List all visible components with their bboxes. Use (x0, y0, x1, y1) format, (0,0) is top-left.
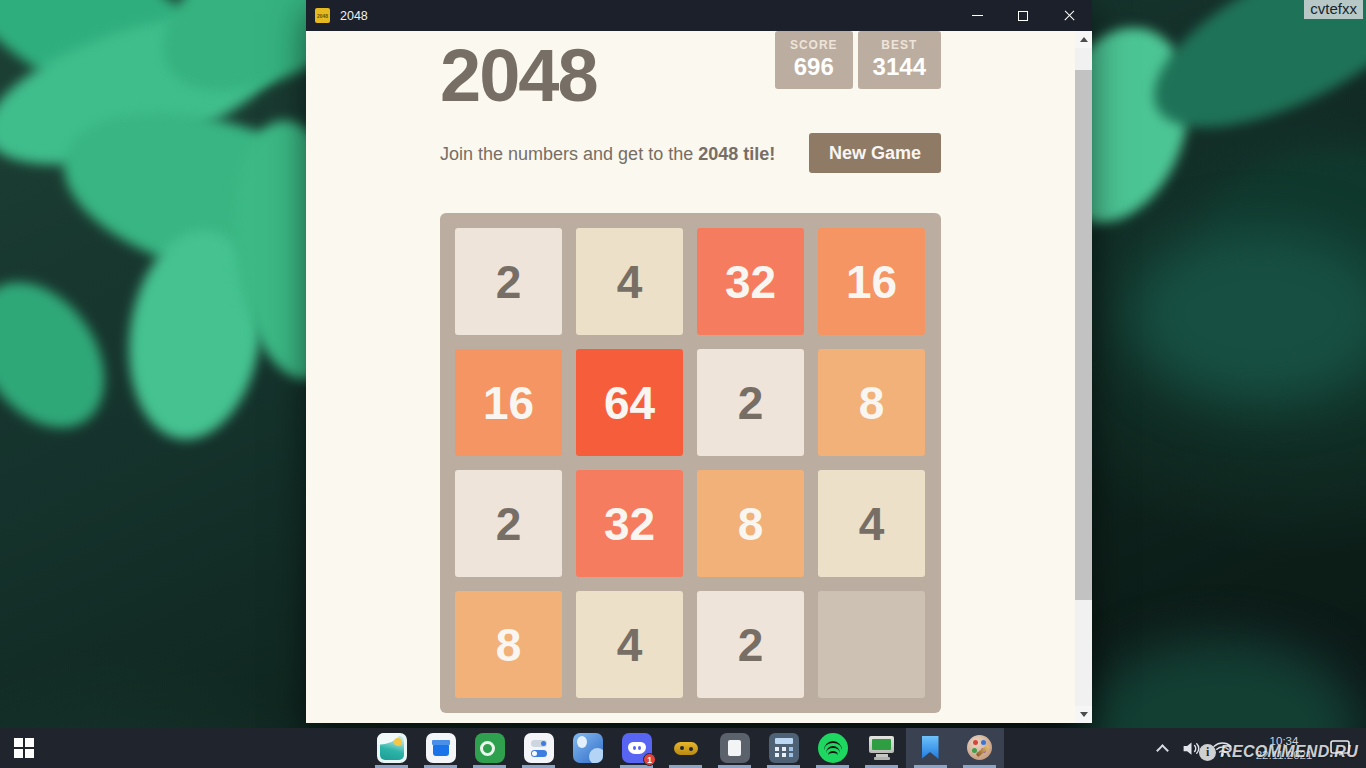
windows-logo-icon (14, 749, 23, 758)
tray-expand-icon[interactable] (1156, 744, 1169, 757)
game-subtitle: Join the numbers and get to the 2048 til… (440, 144, 775, 165)
gamebar-icon (671, 733, 701, 763)
window-titlebar[interactable]: 2048 2048 (306, 0, 1092, 31)
score-value: 696 (790, 53, 838, 81)
photos-taskbar-button[interactable] (367, 728, 416, 768)
window-content: 2048 SCORE 696 BEST 3144 Join the number… (306, 31, 1075, 723)
minimize-icon (972, 15, 983, 16)
files-taskbar-button[interactable] (416, 728, 465, 768)
tile-2: 2 (697, 591, 804, 698)
toggles-icon (524, 733, 554, 763)
tray-date: 22.11.2021 (1243, 748, 1325, 762)
close-icon (1063, 9, 1076, 22)
gamebar-taskbar-button[interactable] (661, 728, 710, 768)
taskbar-apps: 1 (367, 728, 1004, 768)
tile-8: 8 (818, 349, 925, 456)
game-container: 2048 SCORE 696 BEST 3144 Join the number… (440, 31, 941, 713)
document-icon (720, 733, 750, 763)
spotify-icon (818, 733, 848, 763)
terminal-pc-taskbar-button[interactable] (857, 728, 906, 768)
tray-time: 10:34 (1243, 734, 1325, 748)
browser-taskbar-button[interactable] (465, 728, 514, 768)
game-board[interactable]: 24321616642823284842 (440, 213, 941, 713)
palette-icon (965, 733, 995, 763)
browser-icon (475, 733, 505, 763)
scroll-up-icon (1080, 37, 1088, 42)
tile-32: 32 (576, 470, 683, 577)
photos-icon (377, 733, 407, 763)
tile-2: 2 (455, 470, 562, 577)
taskbar: 1 10:34 22.11.2021 i RECOMMEND.RU (0, 728, 1366, 768)
scroll-down-icon (1080, 712, 1088, 717)
wifi-icon[interactable] (1212, 738, 1233, 759)
notification-badge: 1 (643, 753, 656, 766)
tile-16: 16 (455, 349, 562, 456)
tile-4: 4 (818, 470, 925, 577)
files-icon (426, 733, 456, 763)
game-header: 2048 SCORE 696 BEST 3144 Join the number… (440, 31, 941, 213)
game-title: 2048 (440, 39, 597, 113)
best-label: BEST (873, 38, 926, 52)
best-box: BEST 3144 (858, 31, 941, 89)
volume-icon[interactable] (1181, 738, 1202, 759)
tile-2: 2 (455, 228, 562, 335)
leaf-decoration (1130, 230, 1366, 400)
scores-container: SCORE 696 BEST 3144 (775, 31, 941, 89)
bookmark-icon (916, 733, 946, 763)
empty-cell (818, 591, 925, 698)
terminal-pc-icon (867, 733, 897, 763)
calculator-icon (769, 733, 799, 763)
tile-2: 2 (697, 349, 804, 456)
calculator-taskbar-button[interactable] (759, 728, 808, 768)
close-button[interactable] (1046, 0, 1092, 31)
score-label: SCORE (790, 38, 838, 52)
discord-taskbar-button[interactable]: 1 (612, 728, 661, 768)
scrollbar-down-button[interactable] (1075, 706, 1092, 723)
scrollbar-thumb[interactable] (1075, 70, 1092, 600)
new-game-button[interactable]: New Game (809, 133, 941, 173)
leaf-decoration (0, 258, 131, 452)
bookmark-taskbar-button[interactable] (906, 728, 955, 768)
tile-4: 4 (576, 591, 683, 698)
minimize-button[interactable] (954, 0, 1000, 31)
windows-logo-icon (25, 749, 34, 758)
window-scrollbar[interactable] (1075, 31, 1092, 723)
app-icon: 2048 (315, 8, 330, 23)
tray-keyboard-icon[interactable] (1328, 737, 1352, 759)
windows-logo-icon (14, 738, 23, 747)
water-icon (573, 733, 603, 763)
system-tray: 10:34 22.11.2021 (1158, 728, 1366, 768)
palette-taskbar-button[interactable] (955, 728, 1004, 768)
toggles-taskbar-button[interactable] (514, 728, 563, 768)
tile-8: 8 (455, 591, 562, 698)
maximize-button[interactable] (1000, 0, 1046, 31)
water-taskbar-button[interactable] (563, 728, 612, 768)
scrollbar-up-button[interactable] (1075, 31, 1092, 48)
maximize-icon (1018, 11, 1028, 21)
document-taskbar-button[interactable] (710, 728, 759, 768)
start-button[interactable] (14, 738, 34, 758)
tile-8: 8 (697, 470, 804, 577)
window-title: 2048 (340, 9, 368, 23)
tile-64: 64 (576, 349, 683, 456)
tray-clock[interactable]: 10:34 22.11.2021 (1243, 734, 1325, 763)
best-value: 3144 (873, 53, 926, 81)
game-window: 2048 2048 2048 SCORE 696 BEST 3144 (306, 0, 1092, 723)
spotify-taskbar-button[interactable] (808, 728, 857, 768)
tile-4: 4 (576, 228, 683, 335)
corner-username-label: cvtefxx (1304, 0, 1363, 19)
windows-logo-icon (25, 738, 34, 747)
tile-16: 16 (818, 228, 925, 335)
score-box: SCORE 696 (775, 31, 853, 89)
tile-32: 32 (697, 228, 804, 335)
